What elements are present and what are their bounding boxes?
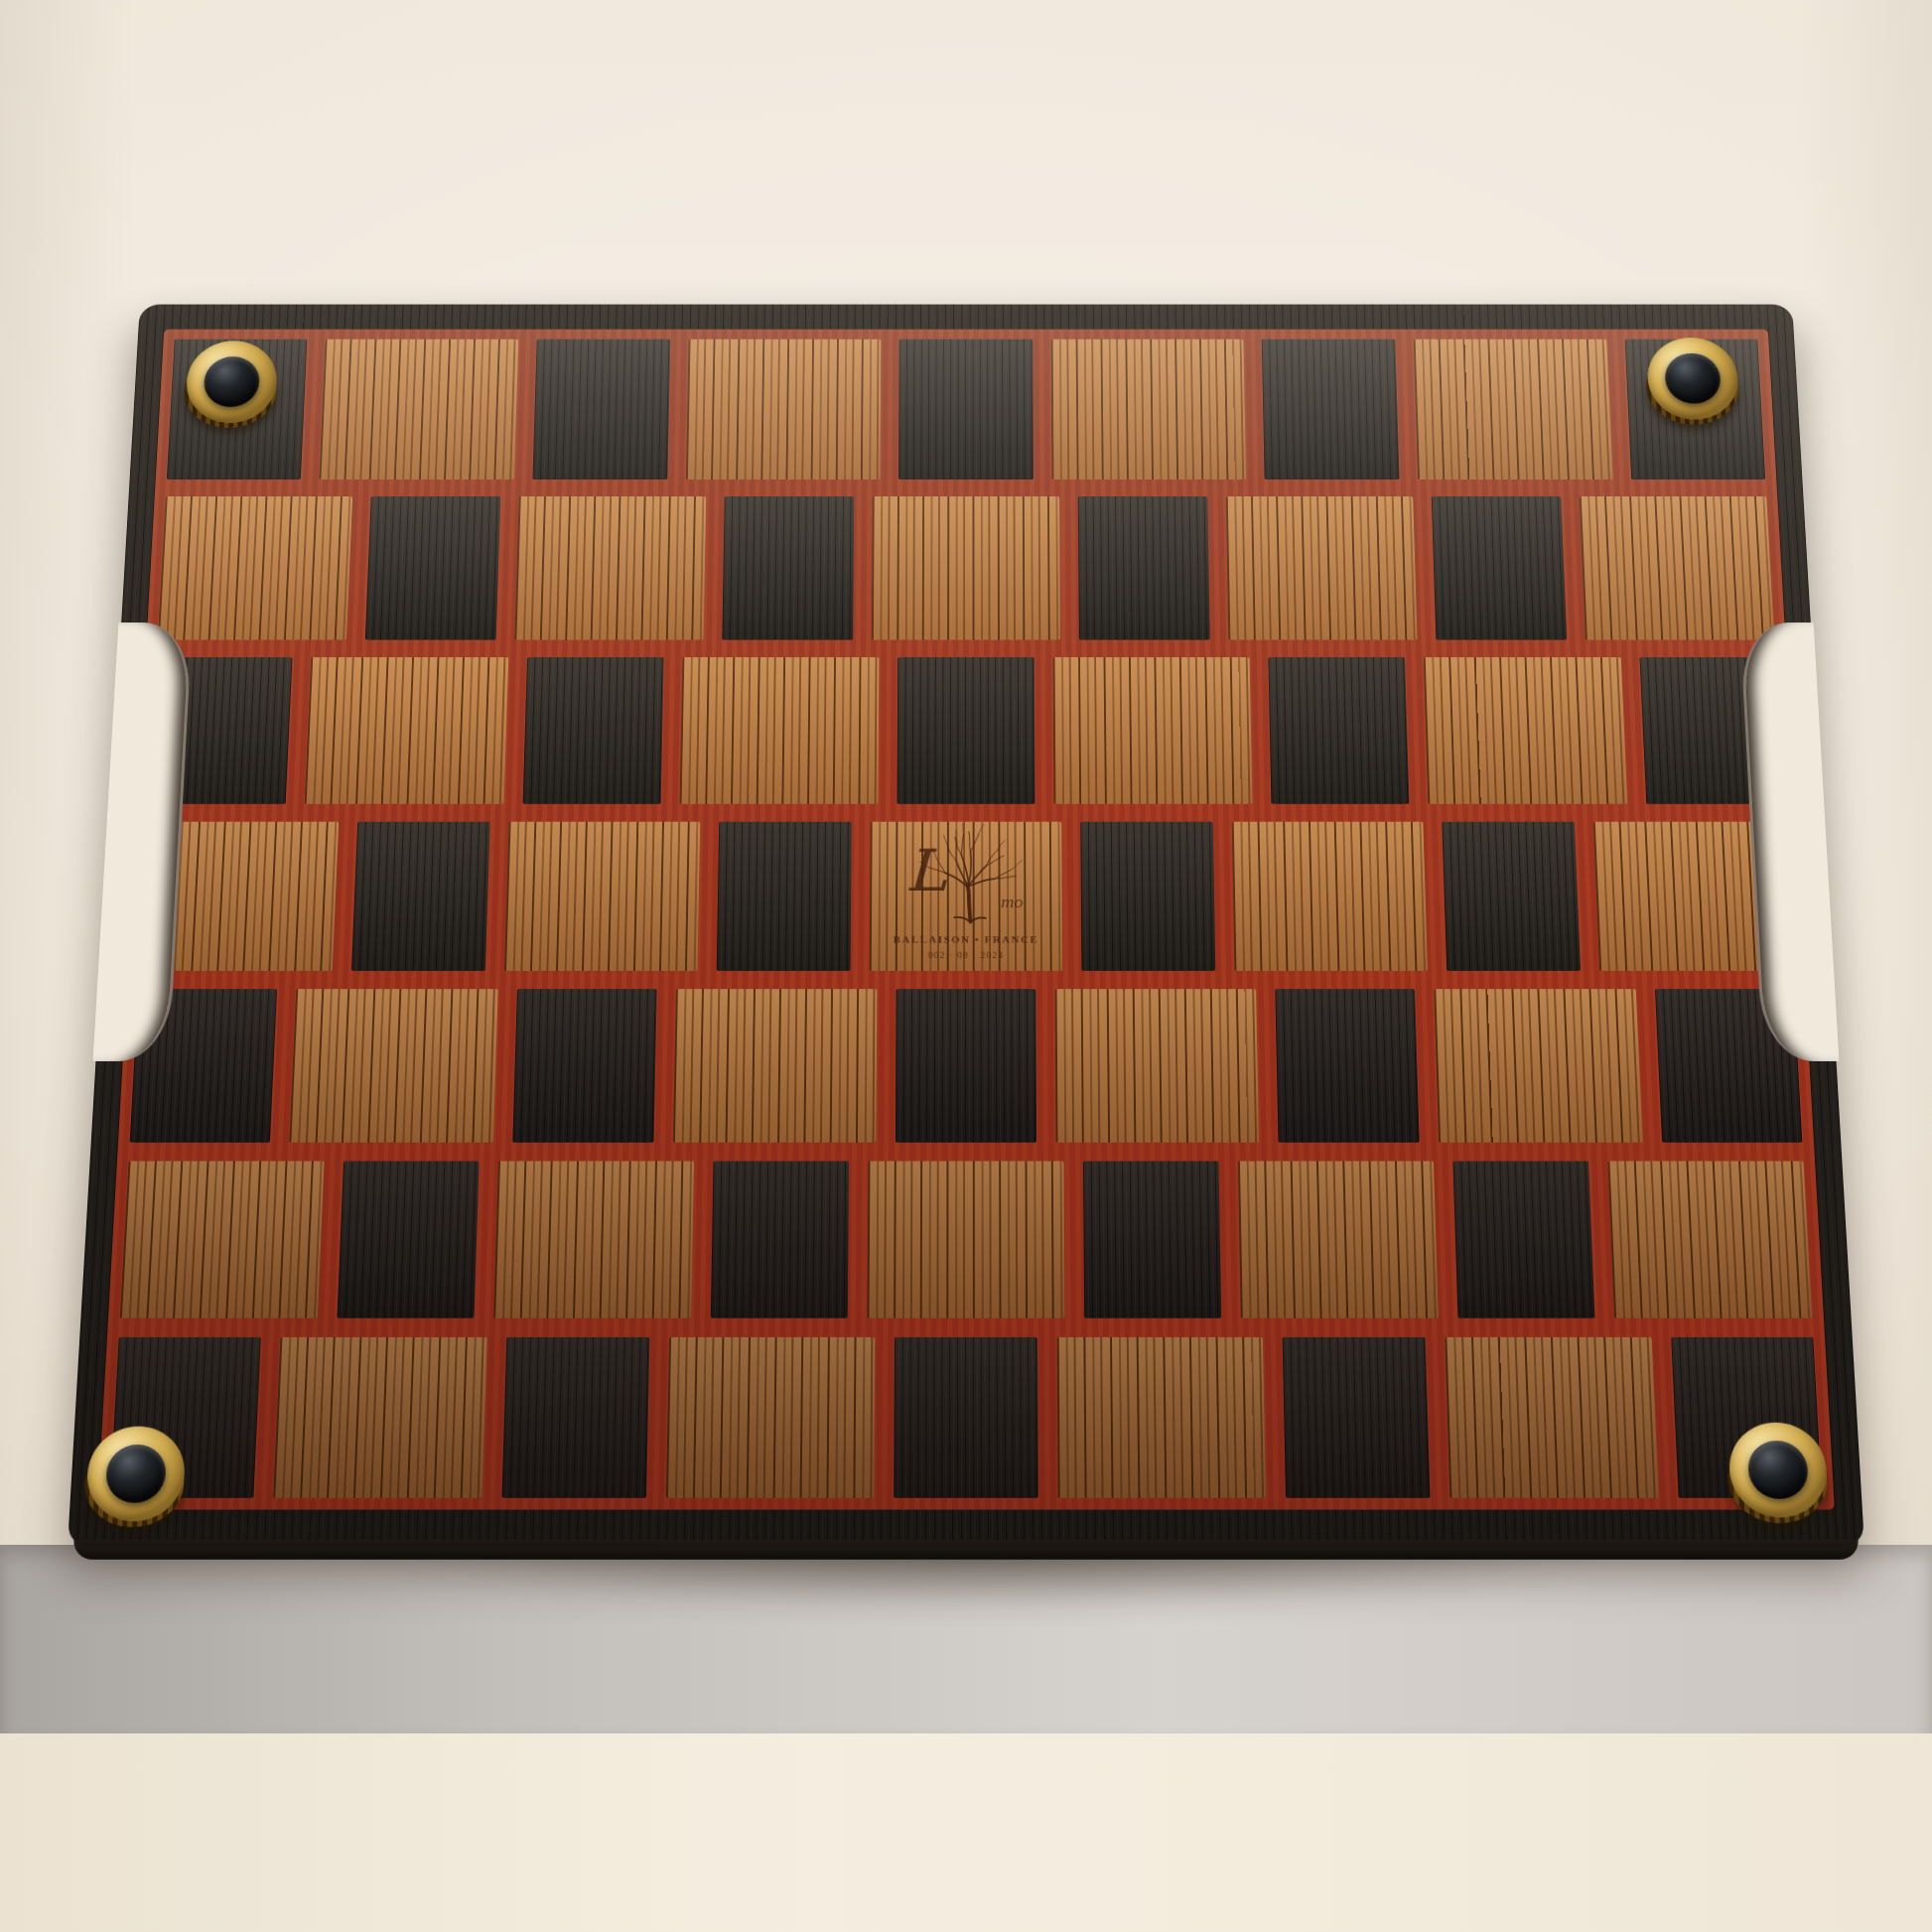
square-r2c6-wenge — [1078, 496, 1209, 639]
square-r2c8-wenge — [1432, 496, 1567, 639]
square-r4c7-zebrawood — [1232, 821, 1429, 971]
wall-molding — [0, 0, 1932, 77]
logo-location-text: BALLAISON • FRANCE — [877, 933, 1056, 944]
square-r5c2-zebrawood — [290, 990, 498, 1143]
square-r7c3-wenge — [502, 1337, 649, 1498]
square-r4c4-wenge — [717, 821, 852, 971]
square-r6c2-wenge — [338, 1162, 480, 1318]
square-r7c8-zebrawood — [1445, 1337, 1658, 1498]
brass-foot-top-right — [1646, 338, 1740, 420]
square-r2c5-zebrawood — [872, 496, 1060, 639]
square-r6c8-wenge — [1453, 1162, 1595, 1318]
square-r4c2-wenge — [351, 821, 489, 971]
photo-scene: L mo BALLAISON • FRANCE 002 · 08 · 2024 — [0, 0, 1932, 1932]
board-row-5 — [130, 990, 1803, 1143]
square-r3c7-wenge — [1269, 657, 1409, 804]
square-r7c2-zebrawood — [274, 1337, 487, 1498]
square-r1c7-wenge — [1262, 340, 1399, 480]
square-r1c5-wenge — [898, 340, 1033, 480]
board-row-7 — [110, 1337, 1823, 1498]
board-row-1 — [167, 340, 1765, 480]
board-wrap: L mo BALLAISON • FRANCE 002 · 08 · 2024 — [68, 177, 1864, 1547]
square-r7c5-wenge — [895, 1337, 1038, 1498]
script-monogram: L — [905, 842, 946, 899]
square-r6c9-zebrawood — [1607, 1162, 1812, 1318]
square-r1c8-zebrawood — [1414, 340, 1613, 480]
square-r4c8-wenge — [1442, 821, 1580, 971]
square-r7c7-wenge — [1283, 1337, 1430, 1498]
board-row-3 — [149, 657, 1784, 804]
brass-foot-bottom-left — [84, 1427, 187, 1522]
square-r1c6-zebrawood — [1050, 340, 1246, 480]
square-r6c7-zebrawood — [1238, 1162, 1439, 1318]
square-r5c8-zebrawood — [1434, 990, 1642, 1143]
checkerboard-cutting-board: L mo BALLAISON • FRANCE 002 · 08 · 2024 — [68, 305, 1864, 1547]
maker-logo: L mo BALLAISON • FRANCE 002 · 08 · 2024 — [876, 817, 1055, 979]
square-r2c7-zebrawood — [1226, 496, 1418, 639]
square-r3c5-wenge — [897, 657, 1035, 804]
script-suffix: mo — [1001, 893, 1023, 912]
square-r2c1-zebrawood — [158, 496, 353, 639]
board-front-edge — [72, 1540, 1859, 1560]
brass-foot-top-left — [185, 341, 279, 423]
square-r7c4-zebrawood — [665, 1337, 875, 1498]
square-r4c3-zebrawood — [504, 821, 701, 971]
square-r5c4-zebrawood — [672, 990, 877, 1143]
square-r1c3-wenge — [533, 340, 670, 480]
square-r6c3-zebrawood — [493, 1162, 694, 1318]
square-r3c3-wenge — [523, 657, 663, 804]
square-r5c7-wenge — [1276, 990, 1420, 1143]
board-row-6 — [120, 1162, 1812, 1318]
square-r3c4-zebrawood — [679, 657, 880, 804]
board-row-2 — [158, 496, 1774, 639]
square-r1c4-zebrawood — [686, 340, 882, 480]
square-r2c9-zebrawood — [1580, 496, 1775, 639]
square-r4c6-wenge — [1081, 821, 1216, 971]
square-r2c3-zebrawood — [514, 496, 706, 639]
square-r7c6-zebrawood — [1056, 1337, 1266, 1498]
square-r6c4-wenge — [711, 1162, 849, 1318]
square-r6c6-wenge — [1083, 1162, 1221, 1318]
square-r5c6-zebrawood — [1054, 990, 1259, 1143]
logo-serial-text: 002 · 08 · 2024 — [877, 950, 1056, 960]
brass-foot-bottom-right — [1727, 1423, 1830, 1518]
square-r3c2-zebrawood — [305, 657, 508, 804]
square-r3c6-zebrawood — [1052, 657, 1253, 804]
square-r3c8-zebrawood — [1424, 657, 1627, 804]
square-r2c2-wenge — [365, 496, 500, 639]
square-r6c1-zebrawood — [120, 1162, 325, 1318]
square-r5c3-wenge — [512, 990, 656, 1143]
table-front — [0, 1733, 1932, 1932]
square-r1c2-zebrawood — [320, 340, 519, 480]
square-r6c5-zebrawood — [867, 1162, 1064, 1318]
square-r2c4-wenge — [723, 496, 854, 639]
square-r5c5-wenge — [896, 990, 1036, 1143]
